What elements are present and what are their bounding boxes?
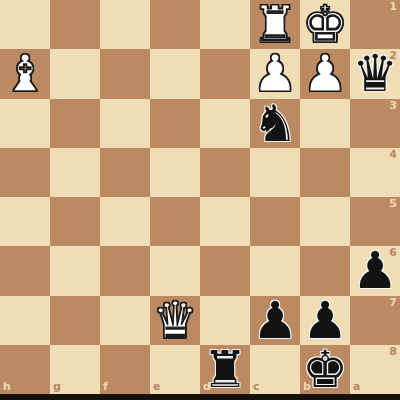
square-b6[interactable] xyxy=(300,246,350,295)
rank-label-5: 5 xyxy=(389,198,397,209)
black-pawn-c7[interactable]: ♟ xyxy=(252,296,298,345)
rank-label-1: 1 xyxy=(389,1,397,12)
square-g8[interactable]: g xyxy=(50,345,100,394)
white-bishop-h2[interactable]: ♝ xyxy=(2,49,48,98)
white-queen-e7[interactable]: ♛ xyxy=(152,296,198,345)
rank-label-3: 3 xyxy=(389,100,397,111)
square-d7[interactable] xyxy=(200,296,250,345)
square-g6[interactable] xyxy=(50,246,100,295)
square-f8[interactable]: f xyxy=(100,345,150,394)
square-a3[interactable]: 3 xyxy=(350,99,400,148)
square-d8[interactable]: d♜ xyxy=(200,345,250,394)
square-c5[interactable] xyxy=(250,197,300,246)
file-label-h: h xyxy=(3,381,11,392)
square-b5[interactable] xyxy=(300,197,350,246)
square-c7[interactable]: ♟ xyxy=(250,296,300,345)
square-h8[interactable]: h xyxy=(0,345,50,394)
square-c4[interactable] xyxy=(250,148,300,197)
square-e2[interactable] xyxy=(150,49,200,98)
square-a2[interactable]: 2♛ xyxy=(350,49,400,98)
file-label-d: d xyxy=(203,381,211,392)
chess-board: ♜♚1♝♟♟2♛♞3456♟♛♟♟7hgfed♜cb♚8a xyxy=(0,0,400,394)
file-label-f: f xyxy=(103,381,108,392)
square-e8[interactable]: e xyxy=(150,345,200,394)
square-f1[interactable] xyxy=(100,0,150,49)
file-label-b: b xyxy=(303,381,311,392)
square-c8[interactable]: c xyxy=(250,345,300,394)
black-knight-c3[interactable]: ♞ xyxy=(252,99,298,148)
square-f4[interactable] xyxy=(100,148,150,197)
square-d4[interactable] xyxy=(200,148,250,197)
square-d1[interactable] xyxy=(200,0,250,49)
file-label-g: g xyxy=(53,381,61,392)
square-d3[interactable] xyxy=(200,99,250,148)
white-pawn-c2[interactable]: ♟ xyxy=(252,49,298,98)
square-d2[interactable] xyxy=(200,49,250,98)
square-e6[interactable] xyxy=(150,246,200,295)
square-h1[interactable] xyxy=(0,0,50,49)
square-g1[interactable] xyxy=(50,0,100,49)
square-e4[interactable] xyxy=(150,148,200,197)
square-g7[interactable] xyxy=(50,296,100,345)
square-a5[interactable]: 5 xyxy=(350,197,400,246)
square-e5[interactable] xyxy=(150,197,200,246)
rank-label-6: 6 xyxy=(389,247,397,258)
square-e1[interactable] xyxy=(150,0,200,49)
square-h2[interactable]: ♝ xyxy=(0,49,50,98)
rank-label-8: 8 xyxy=(389,346,397,357)
square-a4[interactable]: 4 xyxy=(350,148,400,197)
square-g4[interactable] xyxy=(50,148,100,197)
square-d6[interactable] xyxy=(200,246,250,295)
square-h5[interactable] xyxy=(0,197,50,246)
square-f3[interactable] xyxy=(100,99,150,148)
square-c6[interactable] xyxy=(250,246,300,295)
black-pawn-b7[interactable]: ♟ xyxy=(302,296,348,345)
square-h6[interactable] xyxy=(0,246,50,295)
square-a6[interactable]: 6♟ xyxy=(350,246,400,295)
square-b8[interactable]: b♚ xyxy=(300,345,350,394)
square-a1[interactable]: 1 xyxy=(350,0,400,49)
file-label-e: e xyxy=(153,381,160,392)
square-f6[interactable] xyxy=(100,246,150,295)
square-h3[interactable] xyxy=(0,99,50,148)
square-h7[interactable] xyxy=(0,296,50,345)
white-rook-c1[interactable]: ♜ xyxy=(252,0,298,49)
chess-board-screenshot: ♜♚1♝♟♟2♛♞3456♟♛♟♟7hgfed♜cb♚8a xyxy=(0,0,400,400)
file-label-c: c xyxy=(253,381,260,392)
square-g3[interactable] xyxy=(50,99,100,148)
square-c3[interactable]: ♞ xyxy=(250,99,300,148)
square-e7[interactable]: ♛ xyxy=(150,296,200,345)
rank-label-2: 2 xyxy=(389,50,397,61)
rank-label-7: 7 xyxy=(389,297,397,308)
square-b4[interactable] xyxy=(300,148,350,197)
square-f5[interactable] xyxy=(100,197,150,246)
square-a8[interactable]: 8a xyxy=(350,345,400,394)
square-b2[interactable]: ♟ xyxy=(300,49,350,98)
square-c1[interactable]: ♜ xyxy=(250,0,300,49)
white-pawn-b2[interactable]: ♟ xyxy=(302,49,348,98)
square-c2[interactable]: ♟ xyxy=(250,49,300,98)
bottom-border xyxy=(0,394,400,400)
square-b1[interactable]: ♚ xyxy=(300,0,350,49)
rank-label-4: 4 xyxy=(389,149,397,160)
square-h4[interactable] xyxy=(0,148,50,197)
square-b3[interactable] xyxy=(300,99,350,148)
file-label-a: a xyxy=(353,381,360,392)
square-g5[interactable] xyxy=(50,197,100,246)
square-a7[interactable]: 7 xyxy=(350,296,400,345)
square-f2[interactable] xyxy=(100,49,150,98)
square-f7[interactable] xyxy=(100,296,150,345)
square-d5[interactable] xyxy=(200,197,250,246)
square-e3[interactable] xyxy=(150,99,200,148)
square-b7[interactable]: ♟ xyxy=(300,296,350,345)
square-g2[interactable] xyxy=(50,49,100,98)
white-king-b1[interactable]: ♚ xyxy=(302,0,348,49)
